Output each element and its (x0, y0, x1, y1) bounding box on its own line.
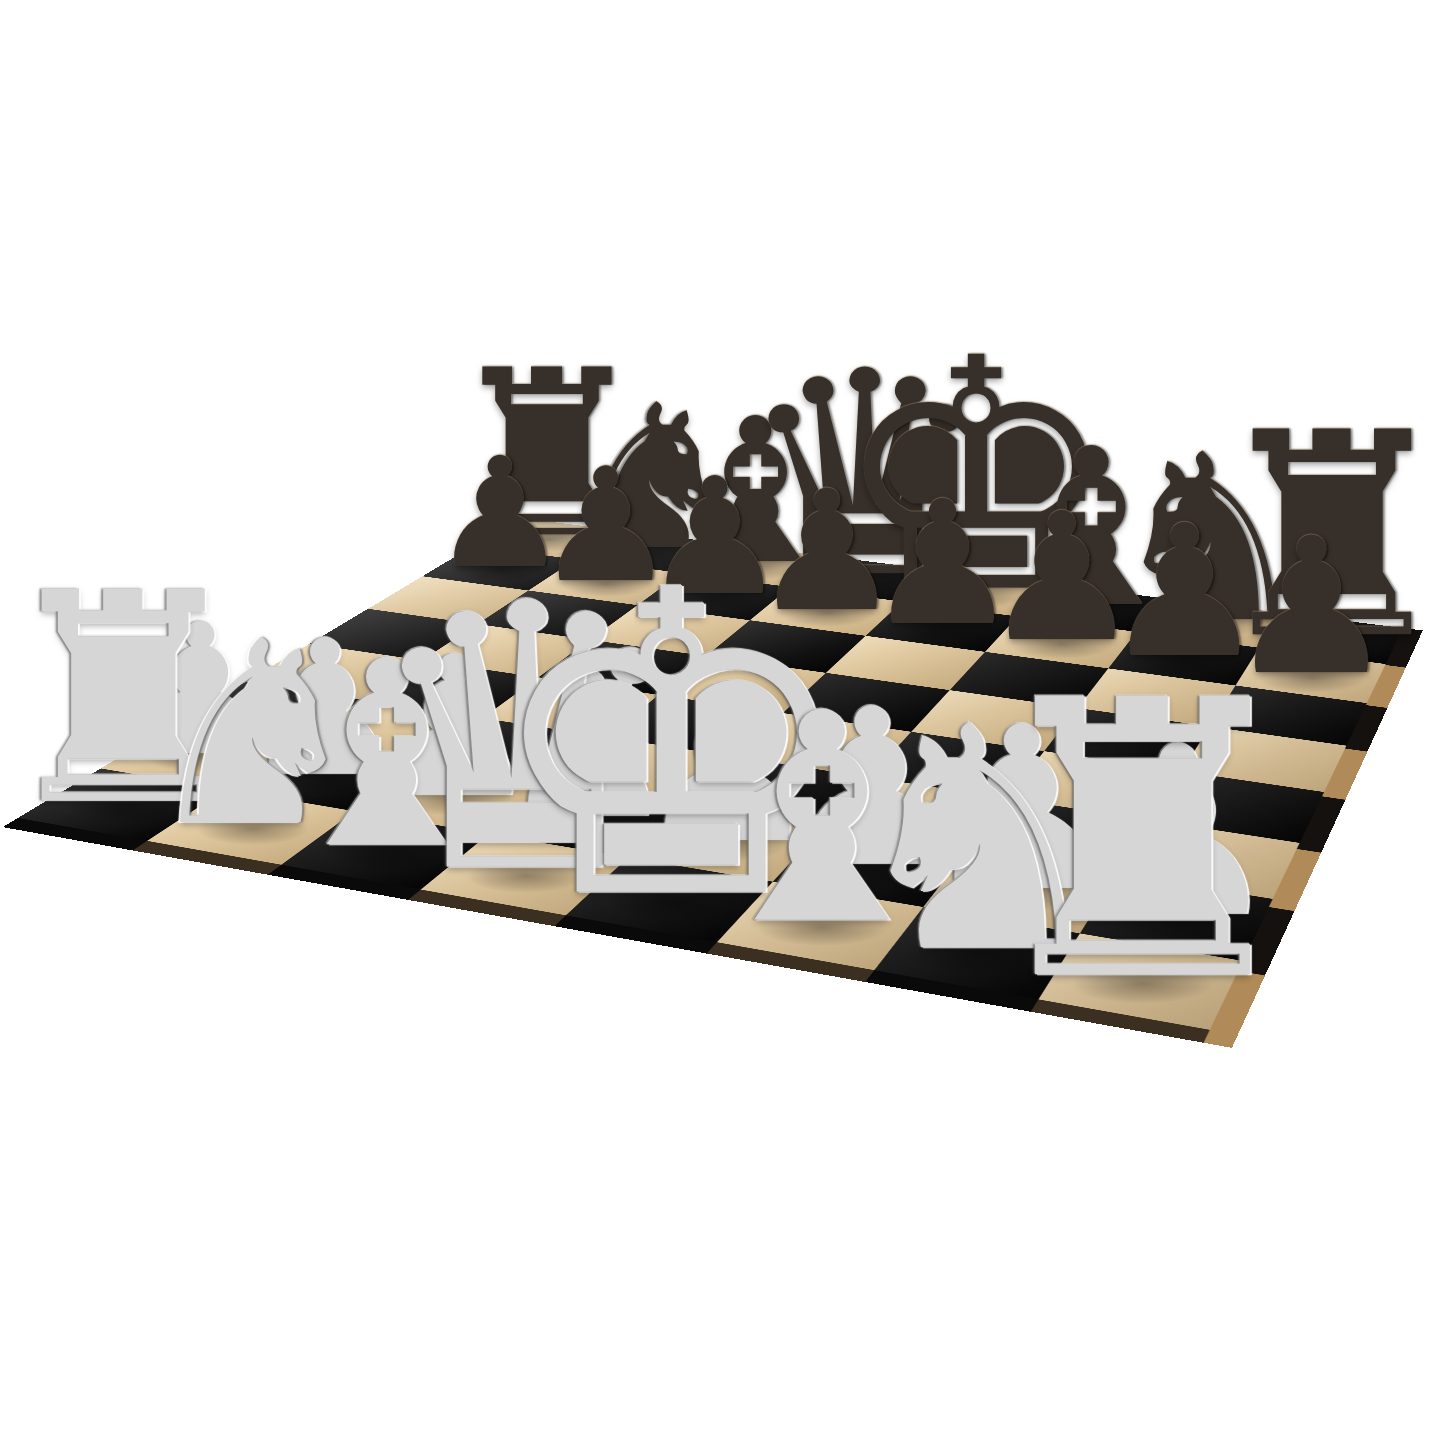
chess-board (18, 518, 1403, 1030)
chess-set-photo: ♜♞♝♛♚♝♞♜♟♟♟♟♟♟♟♟♟♟♟♟♟♟♟♟♜♞♝♛♚♝♞♜ (0, 0, 1445, 1445)
